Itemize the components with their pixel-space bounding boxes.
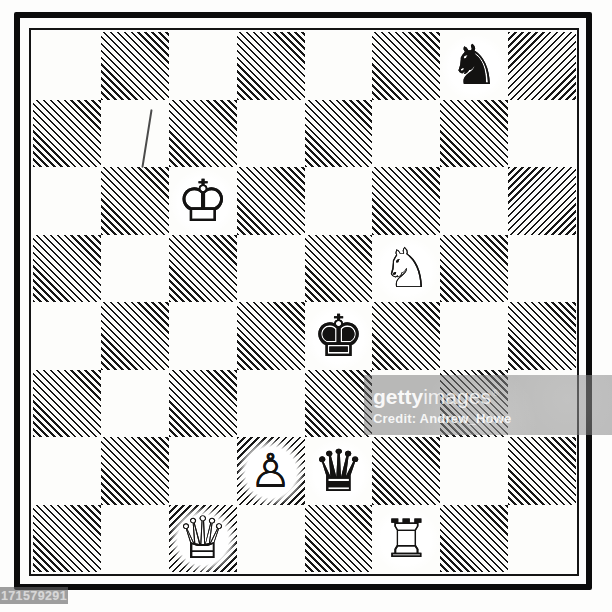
square-b7 [101,100,169,168]
square-c2 [169,437,237,505]
square-d7 [237,100,305,168]
square-h4 [508,302,576,370]
square-a7 [33,100,101,168]
piece-white-king-c6: ♔ [169,167,237,235]
piece-white-pawn-d2: ♙ [237,437,305,505]
square-b4 [101,302,169,370]
square-d5 [237,235,305,303]
getty-watermark: gettyimages® Credit: Andrew_Howe [364,375,612,435]
piece-white-rook-f1: ♖ [372,505,440,573]
square-e7 [305,100,373,168]
square-f1: ♖ [372,505,440,573]
square-f2 [372,437,440,505]
square-e1 [305,505,373,573]
square-h1 [508,505,576,573]
piece-white-queen-c1: ♕ [169,505,237,573]
square-f4 [372,302,440,370]
square-a8 [33,32,101,100]
square-g4 [440,302,508,370]
square-g1 [440,505,508,573]
piece-black-king-e4: ♚ [305,302,373,370]
square-a6 [33,167,101,235]
square-e8 [305,32,373,100]
square-b5 [101,235,169,303]
square-g6 [440,167,508,235]
square-d1 [237,505,305,573]
square-c4 [169,302,237,370]
square-h8 [508,32,576,100]
getty-logo-bold: getty [373,385,423,408]
square-c6: ♔ [169,167,237,235]
square-b2 [101,437,169,505]
image-id-watermark: 171579291 [0,587,68,604]
square-d4 [237,302,305,370]
chess-board: ♞♔♘♚♙♛♕♖ [33,32,576,572]
square-e5 [305,235,373,303]
registered-mark-icon: ® [492,388,499,398]
square-c7 [169,100,237,168]
getty-logo-regular: images [423,385,491,408]
square-a1 [33,505,101,573]
square-c8 [169,32,237,100]
square-f8 [372,32,440,100]
square-h2 [508,437,576,505]
square-b3 [101,370,169,438]
getty-logo: gettyimages® [373,382,612,408]
square-d3 [237,370,305,438]
square-e6 [305,167,373,235]
square-a4 [33,302,101,370]
piece-black-queen-e2: ♛ [305,437,373,505]
square-g7 [440,100,508,168]
square-e3 [305,370,373,438]
square-g8: ♞ [440,32,508,100]
square-f7 [372,100,440,168]
square-g2 [440,437,508,505]
square-f5: ♘ [372,235,440,303]
square-d2: ♙ [237,437,305,505]
getty-credit-line: Credit: Andrew_Howe [373,411,612,426]
square-a3 [33,370,101,438]
square-a5 [33,235,101,303]
square-b8 [101,32,169,100]
square-c3 [169,370,237,438]
square-h7 [508,100,576,168]
piece-white-knight-f5: ♘ [372,235,440,303]
square-g5 [440,235,508,303]
square-b1 [101,505,169,573]
square-b6 [101,167,169,235]
square-e4: ♚ [305,302,373,370]
square-h5 [508,235,576,303]
square-c5 [169,235,237,303]
square-f6 [372,167,440,235]
square-c1: ♕ [169,505,237,573]
square-a2 [33,437,101,505]
square-d8 [237,32,305,100]
square-d6 [237,167,305,235]
engraved-chess-diagram: ♞♔♘♚♙♛♕♖ gettyimages® Credit: Andrew_How… [0,0,612,612]
piece-black-knight-g8: ♞ [440,32,508,100]
square-e2: ♛ [305,437,373,505]
square-h6 [508,167,576,235]
